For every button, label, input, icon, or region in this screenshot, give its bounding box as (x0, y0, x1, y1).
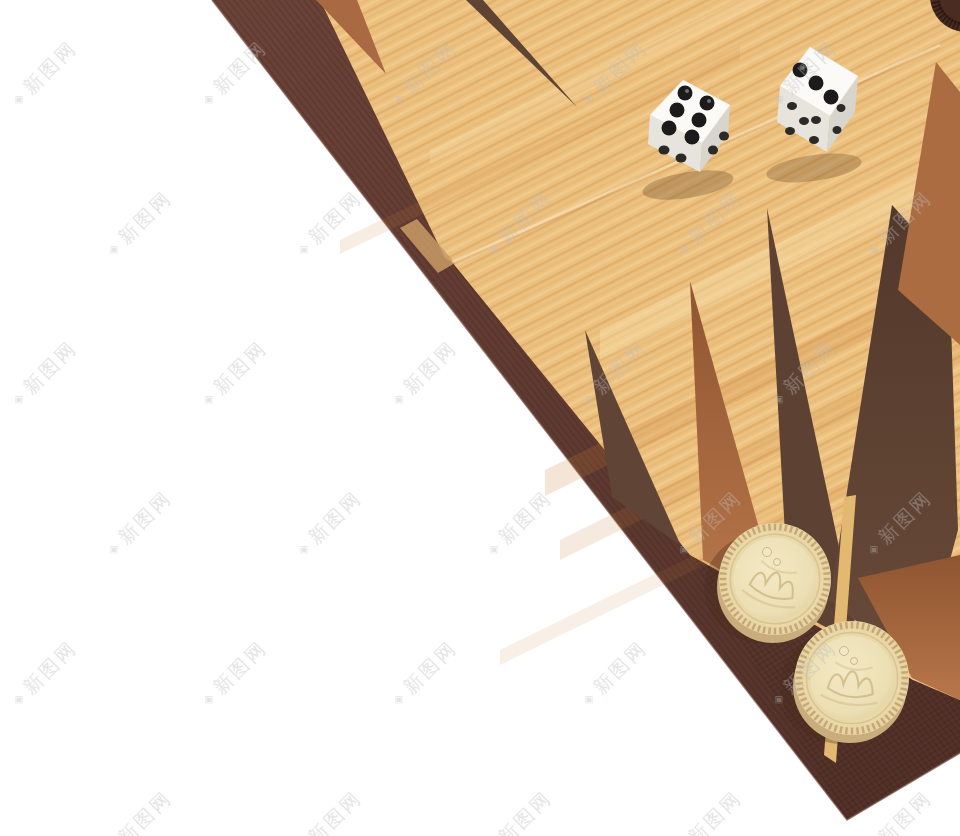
backgammon-board (0, 0, 960, 836)
backgammon-photo-scene: ◈新图网◈新图网◈新图网◈新图网◈新图网◈新图网◈新图网◈新图网◈新图网◈新图网… (0, 0, 960, 836)
